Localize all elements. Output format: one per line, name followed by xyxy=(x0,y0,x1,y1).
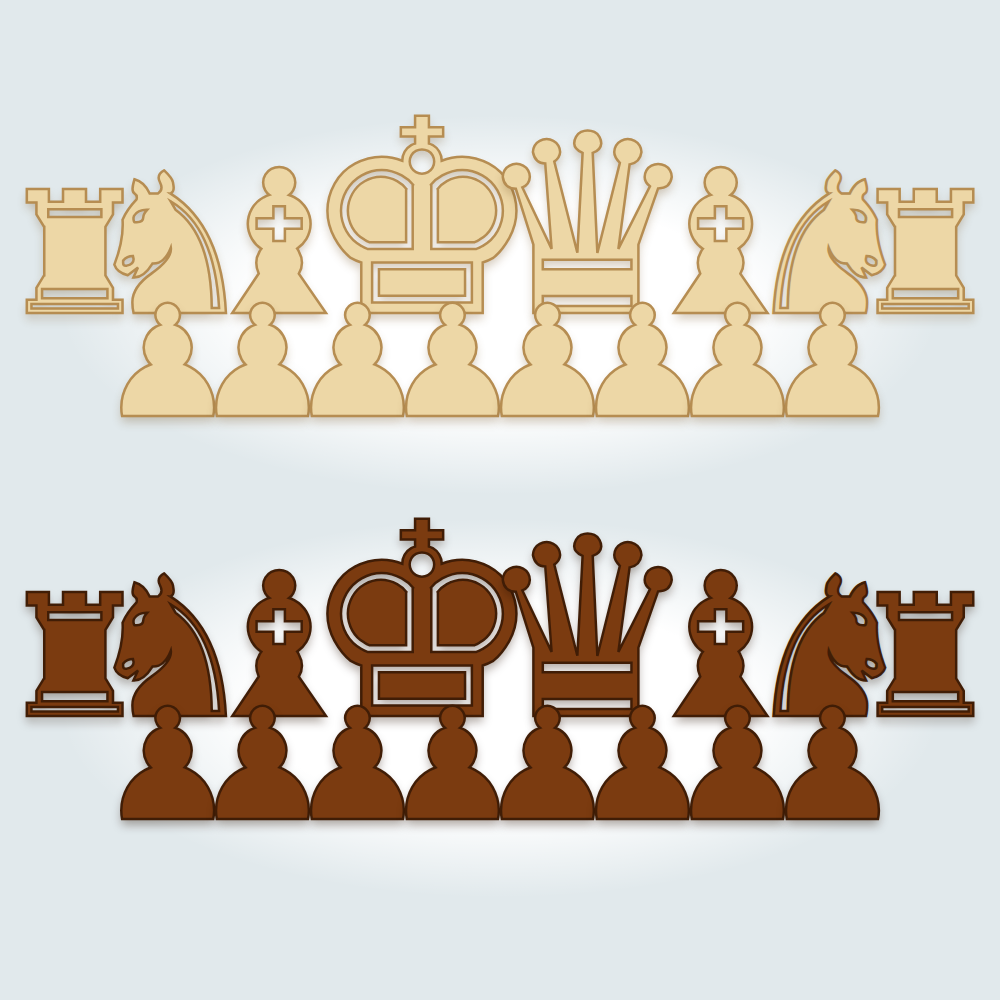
white-pawn-8[interactable]: ♟ xyxy=(763,285,902,440)
dark-pawn-row: ♟ ♟ ♟ ♟ ♟ ♟ ♟ ♟ xyxy=(50,688,950,843)
light-pawn-row: ♟ ♟ ♟ ♟ ♟ ♟ ♟ ♟ xyxy=(50,285,950,440)
light-piece-set: ♜ ♞ ♝ ♚ ♛ ♝ ♞ ♜ ♟ ♟ ♟ ♟ ♟ ♟ ♟ ♟ xyxy=(50,85,950,515)
black-pawn-8[interactable]: ♟ xyxy=(763,688,902,843)
chess-sets-photo: ♜ ♞ ♝ ♚ ♛ ♝ ♞ ♜ ♟ ♟ ♟ ♟ ♟ ♟ ♟ ♟ ♜ ♞ ♝ ♚ … xyxy=(0,0,1000,1000)
dark-piece-set: ♜ ♞ ♝ ♚ ♛ ♝ ♞ ♜ ♟ ♟ ♟ ♟ ♟ ♟ ♟ ♟ xyxy=(50,488,950,918)
